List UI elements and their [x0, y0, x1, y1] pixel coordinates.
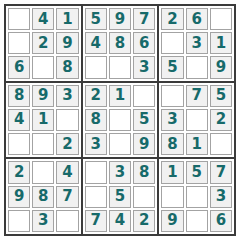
cell-r1c2[interactable]: 4 — [32, 8, 54, 30]
cell-r7c7[interactable]: 1 — [161, 161, 183, 183]
cell-r3c3[interactable]: 8 — [56, 56, 78, 78]
cell-r3c7[interactable]: 5 — [161, 56, 183, 78]
cell-r5c3[interactable] — [56, 109, 78, 131]
cell-r6c1[interactable] — [8, 133, 30, 155]
cell-r3c1[interactable]: 6 — [8, 56, 30, 78]
cell-r7c5[interactable]: 3 — [109, 161, 131, 183]
cell-r6c4[interactable]: 3 — [85, 133, 107, 155]
cell-r9c4[interactable]: 7 — [85, 210, 107, 232]
box-2: 5974863 — [83, 6, 158, 81]
box-3: 263159 — [159, 6, 234, 81]
cell-r1c7[interactable]: 2 — [161, 8, 183, 30]
cell-r5c2[interactable]: 1 — [32, 109, 54, 131]
cell-r5c8[interactable] — [186, 109, 208, 131]
cell-r3c2[interactable] — [32, 56, 54, 78]
cell-r5c1[interactable]: 4 — [8, 109, 30, 131]
cell-r7c6[interactable]: 8 — [133, 161, 155, 183]
cell-r8c1[interactable]: 9 — [8, 186, 30, 208]
cell-r7c1[interactable]: 2 — [8, 161, 30, 183]
cell-r3c5[interactable] — [109, 56, 131, 78]
box-4: 893412 — [6, 83, 81, 158]
box-8: 385742 — [83, 159, 158, 234]
cell-r1c3[interactable]: 1 — [56, 8, 78, 30]
cell-r5c6[interactable]: 5 — [133, 109, 155, 131]
cell-r9c3[interactable] — [56, 210, 78, 232]
cell-r4c1[interactable]: 8 — [8, 85, 30, 107]
cell-r8c2[interactable]: 8 — [32, 186, 54, 208]
cell-r2c3[interactable]: 9 — [56, 32, 78, 54]
cell-r3c6[interactable]: 3 — [133, 56, 155, 78]
cell-r6c9[interactable] — [210, 133, 232, 155]
cell-r6c5[interactable] — [109, 133, 131, 155]
cell-r9c8[interactable] — [186, 210, 208, 232]
cell-r4c3[interactable]: 3 — [56, 85, 78, 107]
cell-r8c9[interactable]: 3 — [210, 186, 232, 208]
cell-r8c3[interactable]: 7 — [56, 186, 78, 208]
cell-r4c6[interactable] — [133, 85, 155, 107]
cell-r1c8[interactable]: 6 — [186, 8, 208, 30]
box-5: 218539 — [83, 83, 158, 158]
cell-r3c9[interactable]: 9 — [210, 56, 232, 78]
cell-r7c2[interactable] — [32, 161, 54, 183]
cell-r4c7[interactable] — [161, 85, 183, 107]
cell-r4c4[interactable]: 2 — [85, 85, 107, 107]
sudoku-board: 4129685974863263159893412218539753281249… — [4, 4, 236, 236]
cell-r1c5[interactable]: 9 — [109, 8, 131, 30]
box-1: 412968 — [6, 6, 81, 81]
cell-r2c7[interactable] — [161, 32, 183, 54]
cell-r1c4[interactable]: 5 — [85, 8, 107, 30]
cell-r6c3[interactable]: 2 — [56, 133, 78, 155]
cell-r9c7[interactable]: 9 — [161, 210, 183, 232]
box-9: 157396 — [159, 159, 234, 234]
cell-r4c5[interactable]: 1 — [109, 85, 131, 107]
cell-r2c4[interactable]: 4 — [85, 32, 107, 54]
cell-r2c8[interactable]: 3 — [186, 32, 208, 54]
cell-r8c6[interactable] — [133, 186, 155, 208]
cell-r2c5[interactable]: 8 — [109, 32, 131, 54]
cell-r6c8[interactable]: 1 — [186, 133, 208, 155]
cell-r9c2[interactable]: 3 — [32, 210, 54, 232]
cell-r7c8[interactable]: 5 — [186, 161, 208, 183]
cell-r8c4[interactable] — [85, 186, 107, 208]
cell-r1c9[interactable] — [210, 8, 232, 30]
cell-r7c9[interactable]: 7 — [210, 161, 232, 183]
cell-r2c2[interactable]: 2 — [32, 32, 54, 54]
box-7: 249873 — [6, 159, 81, 234]
cell-r6c2[interactable] — [32, 133, 54, 155]
cell-r9c5[interactable]: 4 — [109, 210, 131, 232]
cell-r5c4[interactable]: 8 — [85, 109, 107, 131]
cell-r3c4[interactable] — [85, 56, 107, 78]
cell-r8c8[interactable] — [186, 186, 208, 208]
cell-r9c1[interactable] — [8, 210, 30, 232]
cell-r3c8[interactable] — [186, 56, 208, 78]
cell-r5c7[interactable]: 3 — [161, 109, 183, 131]
cell-r5c9[interactable]: 2 — [210, 109, 232, 131]
box-6: 753281 — [159, 83, 234, 158]
cell-r4c9[interactable]: 5 — [210, 85, 232, 107]
cell-r1c1[interactable] — [8, 8, 30, 30]
cell-r4c8[interactable]: 7 — [186, 85, 208, 107]
cell-r6c7[interactable]: 8 — [161, 133, 183, 155]
cell-r8c5[interactable]: 5 — [109, 186, 131, 208]
cell-r2c6[interactable]: 6 — [133, 32, 155, 54]
cell-r9c6[interactable]: 2 — [133, 210, 155, 232]
cell-r8c7[interactable] — [161, 186, 183, 208]
cell-r5c5[interactable] — [109, 109, 131, 131]
cell-r1c6[interactable]: 7 — [133, 8, 155, 30]
cell-r2c1[interactable] — [8, 32, 30, 54]
cell-r4c2[interactable]: 9 — [32, 85, 54, 107]
cell-r7c3[interactable]: 4 — [56, 161, 78, 183]
cell-r6c6[interactable]: 9 — [133, 133, 155, 155]
cell-r9c9[interactable]: 6 — [210, 210, 232, 232]
cell-r2c9[interactable]: 1 — [210, 32, 232, 54]
cell-r7c4[interactable] — [85, 161, 107, 183]
page: 4129685974863263159893412218539753281249… — [0, 0, 240, 240]
